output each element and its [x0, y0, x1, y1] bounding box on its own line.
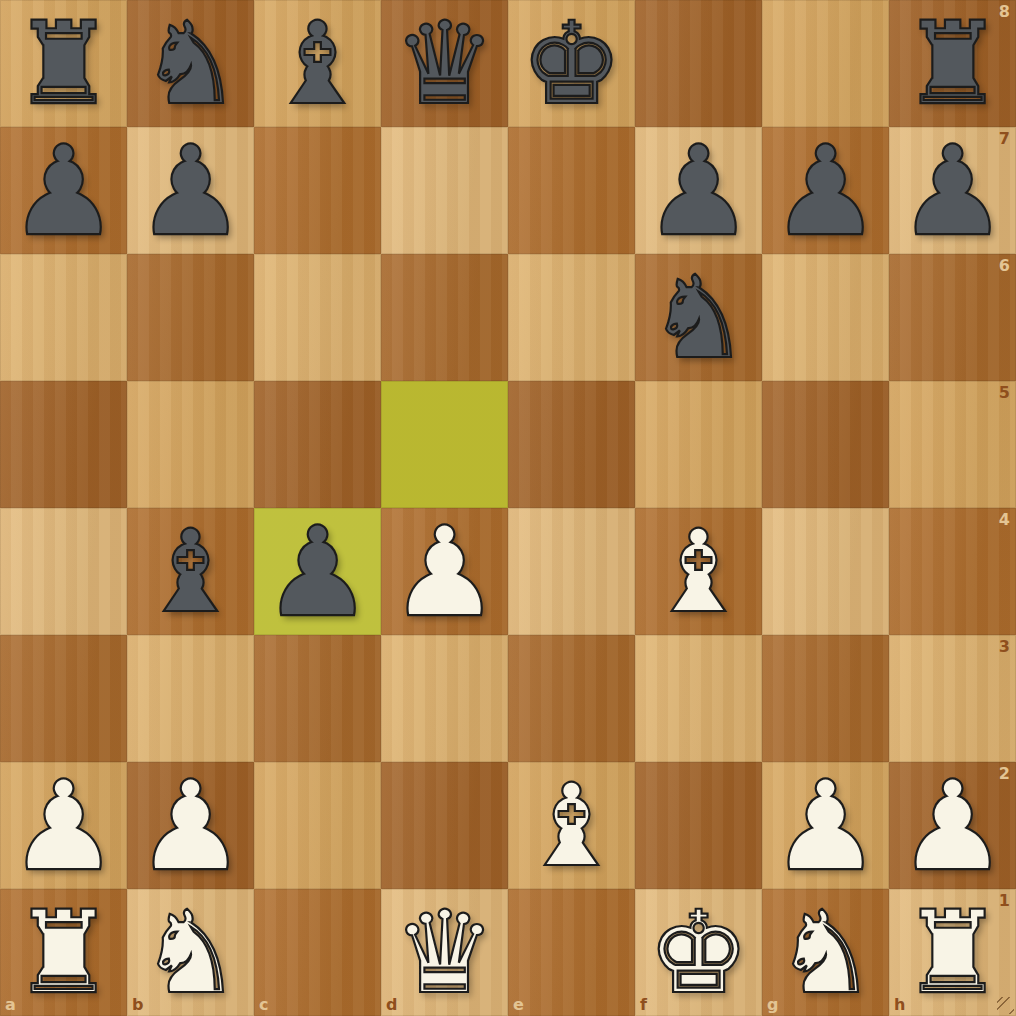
square-b5[interactable] [127, 381, 254, 508]
square-g8[interactable] [762, 0, 889, 127]
wood-grain-texture [381, 762, 508, 889]
wood-grain-texture [635, 762, 762, 889]
black-pawn-icon[interactable]: ♟ [254, 508, 381, 635]
wood-grain-texture [127, 254, 254, 381]
white-pawn-icon[interactable]: ♟ [127, 762, 254, 889]
square-g2[interactable]: ♟ [762, 762, 889, 889]
square-b4[interactable]: ♝ [127, 508, 254, 635]
square-a2[interactable]: ♟ [0, 762, 127, 889]
square-c6[interactable] [254, 254, 381, 381]
wood-grain-texture [508, 127, 635, 254]
square-b8[interactable]: ♞ [127, 0, 254, 127]
square-d7[interactable] [381, 127, 508, 254]
square-h4[interactable]: 4 [889, 508, 1016, 635]
square-d6[interactable] [381, 254, 508, 381]
square-d1[interactable]: ♛d [381, 889, 508, 1016]
wood-grain-texture [254, 889, 381, 1016]
chess-board: ♜♞♝♛♚♜8♟♟♟♟♟7♞65♝♟♟♝43♟♟♝♟♟2♜a♞bc♛de♚f♞g… [0, 0, 1016, 1016]
square-a3[interactable] [0, 635, 127, 762]
square-b6[interactable] [127, 254, 254, 381]
square-b1[interactable]: ♞b [127, 889, 254, 1016]
square-f5[interactable] [635, 381, 762, 508]
square-e1[interactable]: e [508, 889, 635, 1016]
wood-grain-texture [0, 254, 127, 381]
wood-grain-texture [508, 889, 635, 1016]
wood-grain-texture [0, 635, 127, 762]
square-g5[interactable] [762, 381, 889, 508]
wood-grain-texture [381, 254, 508, 381]
square-d5-lastmove-highlight[interactable] [381, 381, 508, 508]
square-h7[interactable]: ♟7 [889, 127, 1016, 254]
black-knight-icon[interactable]: ♞ [635, 254, 762, 381]
square-e2[interactable]: ♝ [508, 762, 635, 889]
square-d8[interactable]: ♛ [381, 0, 508, 127]
black-pawn-icon[interactable]: ♟ [635, 127, 762, 254]
square-c3[interactable] [254, 635, 381, 762]
wood-grain-texture [889, 254, 1016, 381]
wood-grain-texture [254, 127, 381, 254]
square-f4[interactable]: ♝ [635, 508, 762, 635]
wood-grain-texture [381, 127, 508, 254]
square-g7[interactable]: ♟ [762, 127, 889, 254]
square-f8[interactable] [635, 0, 762, 127]
square-c7[interactable] [254, 127, 381, 254]
square-f2[interactable] [635, 762, 762, 889]
board-resize-handle[interactable] [997, 997, 1014, 1014]
square-h3[interactable]: 3 [889, 635, 1016, 762]
wood-grain-texture [0, 381, 127, 508]
square-g3[interactable] [762, 635, 889, 762]
square-b2[interactable]: ♟ [127, 762, 254, 889]
wood-grain-texture [127, 381, 254, 508]
wood-grain-texture [635, 0, 762, 127]
wood-grain-texture [889, 635, 1016, 762]
white-king-icon[interactable]: ♚ [635, 889, 762, 1016]
black-bishop-icon[interactable]: ♝ [127, 508, 254, 635]
square-f1[interactable]: ♚f [635, 889, 762, 1016]
white-pawn-icon[interactable]: ♟ [762, 762, 889, 889]
wood-grain-texture [127, 635, 254, 762]
square-d2[interactable] [381, 762, 508, 889]
wood-grain-texture [254, 254, 381, 381]
square-c1[interactable]: c [254, 889, 381, 1016]
square-e7[interactable] [508, 127, 635, 254]
square-a4[interactable] [0, 508, 127, 635]
square-h5[interactable]: 5 [889, 381, 1016, 508]
wood-grain-texture [635, 635, 762, 762]
square-c2[interactable] [254, 762, 381, 889]
black-pawn-icon[interactable]: ♟ [762, 127, 889, 254]
square-e4[interactable] [508, 508, 635, 635]
square-b7[interactable]: ♟ [127, 127, 254, 254]
square-a7[interactable]: ♟ [0, 127, 127, 254]
square-h8[interactable]: ♜8 [889, 0, 1016, 127]
square-h2[interactable]: ♟2 [889, 762, 1016, 889]
wood-grain-texture [508, 635, 635, 762]
black-pawn-icon[interactable]: ♟ [127, 127, 254, 254]
white-pawn-icon[interactable]: ♟ [0, 762, 127, 889]
square-g6[interactable] [762, 254, 889, 381]
wood-grain-texture [0, 508, 127, 635]
black-rook-icon[interactable]: ♜ [0, 0, 127, 127]
square-e6[interactable] [508, 254, 635, 381]
black-king-icon[interactable]: ♚ [508, 0, 635, 127]
wood-grain-texture [381, 635, 508, 762]
square-e5[interactable] [508, 381, 635, 508]
white-queen-icon[interactable]: ♛ [381, 889, 508, 1016]
square-a1[interactable]: ♜a [0, 889, 127, 1016]
white-rook-icon[interactable]: ♜ [0, 889, 127, 1016]
black-pawn-icon[interactable]: ♟ [0, 127, 127, 254]
square-b3[interactable] [127, 635, 254, 762]
wood-grain-texture [254, 635, 381, 762]
square-a8[interactable]: ♜ [0, 0, 127, 127]
square-d3[interactable] [381, 635, 508, 762]
white-bishop-icon[interactable]: ♝ [508, 762, 635, 889]
square-c5[interactable] [254, 381, 381, 508]
wood-grain-texture [889, 508, 1016, 635]
square-g4[interactable] [762, 508, 889, 635]
square-h6[interactable]: 6 [889, 254, 1016, 381]
wood-grain-texture [635, 381, 762, 508]
white-knight-icon[interactable]: ♞ [762, 889, 889, 1016]
wood-grain-texture [762, 254, 889, 381]
square-a6[interactable] [0, 254, 127, 381]
square-e8[interactable]: ♚ [508, 0, 635, 127]
square-g1[interactable]: ♞g [762, 889, 889, 1016]
white-knight-icon[interactable]: ♞ [127, 889, 254, 1016]
square-f7[interactable]: ♟ [635, 127, 762, 254]
black-rook-icon[interactable]: ♜ [889, 0, 1016, 127]
square-f3[interactable] [635, 635, 762, 762]
white-pawn-icon[interactable]: ♟ [381, 508, 508, 635]
wood-grain-texture [762, 0, 889, 127]
black-knight-icon[interactable]: ♞ [127, 0, 254, 127]
square-f6[interactable]: ♞ [635, 254, 762, 381]
wood-grain-texture [254, 381, 381, 508]
wood-grain-texture [762, 381, 889, 508]
white-bishop-icon[interactable]: ♝ [635, 508, 762, 635]
wood-grain-texture [254, 762, 381, 889]
wood-grain-texture [508, 508, 635, 635]
black-bishop-icon[interactable]: ♝ [254, 0, 381, 127]
square-c4-lastmove-highlight[interactable]: ♟ [254, 508, 381, 635]
square-e3[interactable] [508, 635, 635, 762]
wood-grain-texture [762, 508, 889, 635]
white-pawn-icon[interactable]: ♟ [889, 762, 1016, 889]
wood-grain-texture [762, 635, 889, 762]
wood-grain-texture [889, 381, 1016, 508]
square-a5[interactable] [0, 381, 127, 508]
black-queen-icon[interactable]: ♛ [381, 0, 508, 127]
black-pawn-icon[interactable]: ♟ [889, 127, 1016, 254]
wood-grain-texture [508, 254, 635, 381]
square-c8[interactable]: ♝ [254, 0, 381, 127]
square-d4[interactable]: ♟ [381, 508, 508, 635]
wood-grain-texture [508, 381, 635, 508]
